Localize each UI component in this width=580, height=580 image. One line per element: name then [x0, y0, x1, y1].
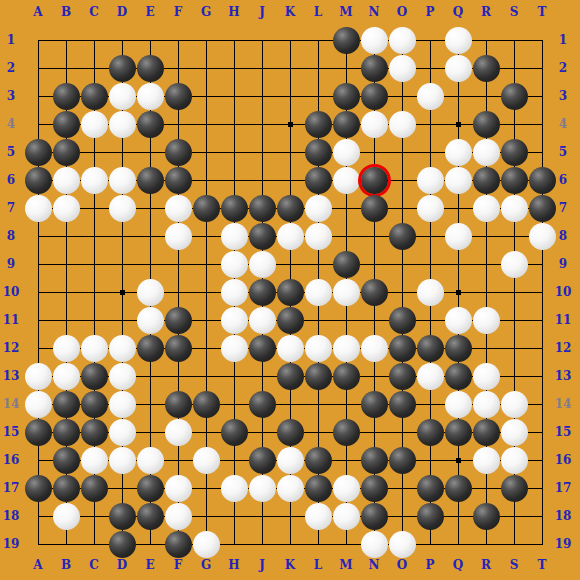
- intersection[interactable]: [416, 390, 444, 418]
- intersection[interactable]: [444, 222, 472, 250]
- intersection[interactable]: [192, 194, 220, 222]
- intersection[interactable]: [332, 306, 360, 334]
- intersection[interactable]: [500, 418, 528, 446]
- intersection[interactable]: [80, 222, 108, 250]
- intersection[interactable]: [500, 530, 528, 558]
- intersection[interactable]: [136, 306, 164, 334]
- intersection[interactable]: [24, 418, 52, 446]
- intersection[interactable]: [52, 446, 80, 474]
- intersection[interactable]: [24, 166, 52, 194]
- intersection[interactable]: [528, 222, 556, 250]
- intersection[interactable]: [136, 362, 164, 390]
- intersection[interactable]: [444, 446, 472, 474]
- intersection[interactable]: [332, 110, 360, 138]
- intersection[interactable]: [24, 390, 52, 418]
- intersection[interactable]: [444, 362, 472, 390]
- intersection[interactable]: [248, 110, 276, 138]
- intersection[interactable]: [360, 222, 388, 250]
- intersection[interactable]: [248, 278, 276, 306]
- intersection[interactable]: [80, 362, 108, 390]
- intersection[interactable]: [416, 474, 444, 502]
- intersection[interactable]: [304, 446, 332, 474]
- intersection[interactable]: [332, 474, 360, 502]
- intersection[interactable]: [192, 334, 220, 362]
- intersection[interactable]: [528, 250, 556, 278]
- intersection[interactable]: [388, 306, 416, 334]
- intersection[interactable]: [80, 306, 108, 334]
- intersection[interactable]: [80, 446, 108, 474]
- intersection[interactable]: [276, 250, 304, 278]
- intersection[interactable]: [192, 278, 220, 306]
- intersection[interactable]: [248, 362, 276, 390]
- intersection[interactable]: [192, 390, 220, 418]
- intersection[interactable]: [136, 82, 164, 110]
- intersection[interactable]: [444, 166, 472, 194]
- intersection[interactable]: [304, 82, 332, 110]
- intersection[interactable]: [388, 194, 416, 222]
- intersection[interactable]: [136, 222, 164, 250]
- intersection[interactable]: [388, 362, 416, 390]
- intersection[interactable]: [416, 194, 444, 222]
- intersection[interactable]: [360, 82, 388, 110]
- intersection[interactable]: [416, 250, 444, 278]
- intersection[interactable]: [472, 222, 500, 250]
- intersection[interactable]: [388, 26, 416, 54]
- intersection[interactable]: [136, 278, 164, 306]
- intersection[interactable]: [388, 334, 416, 362]
- intersection[interactable]: [332, 362, 360, 390]
- intersection[interactable]: [528, 138, 556, 166]
- intersection[interactable]: [136, 110, 164, 138]
- intersection[interactable]: [164, 362, 192, 390]
- intersection[interactable]: [388, 250, 416, 278]
- intersection[interactable]: [304, 54, 332, 82]
- intersection[interactable]: [52, 418, 80, 446]
- intersection[interactable]: [360, 418, 388, 446]
- intersection[interactable]: [164, 166, 192, 194]
- intersection[interactable]: [220, 502, 248, 530]
- intersection[interactable]: [528, 110, 556, 138]
- intersection[interactable]: [388, 138, 416, 166]
- intersection[interactable]: [192, 474, 220, 502]
- intersection[interactable]: [24, 278, 52, 306]
- intersection[interactable]: [248, 250, 276, 278]
- intersection[interactable]: [136, 138, 164, 166]
- intersection[interactable]: [360, 306, 388, 334]
- intersection[interactable]: [360, 362, 388, 390]
- intersection[interactable]: [276, 222, 304, 250]
- intersection[interactable]: [220, 138, 248, 166]
- intersection[interactable]: [136, 418, 164, 446]
- intersection[interactable]: [248, 138, 276, 166]
- intersection[interactable]: [360, 26, 388, 54]
- intersection[interactable]: [24, 474, 52, 502]
- intersection[interactable]: [276, 474, 304, 502]
- intersection[interactable]: [220, 222, 248, 250]
- intersection[interactable]: [192, 306, 220, 334]
- intersection[interactable]: [416, 306, 444, 334]
- intersection[interactable]: [472, 250, 500, 278]
- intersection[interactable]: [24, 54, 52, 82]
- intersection[interactable]: [500, 334, 528, 362]
- intersection[interactable]: [220, 446, 248, 474]
- intersection[interactable]: [24, 194, 52, 222]
- intersection[interactable]: [332, 334, 360, 362]
- intersection[interactable]: [24, 26, 52, 54]
- intersection[interactable]: [276, 530, 304, 558]
- intersection[interactable]: [304, 334, 332, 362]
- intersection[interactable]: [164, 334, 192, 362]
- intersection[interactable]: [136, 194, 164, 222]
- intersection[interactable]: [500, 166, 528, 194]
- intersection[interactable]: [192, 82, 220, 110]
- intersection[interactable]: [108, 418, 136, 446]
- intersection[interactable]: [444, 54, 472, 82]
- intersection[interactable]: [528, 446, 556, 474]
- intersection[interactable]: [472, 26, 500, 54]
- intersection[interactable]: [416, 446, 444, 474]
- intersection[interactable]: [416, 502, 444, 530]
- intersection[interactable]: [108, 362, 136, 390]
- intersection[interactable]: [388, 166, 416, 194]
- intersection[interactable]: [220, 390, 248, 418]
- intersection[interactable]: [108, 278, 136, 306]
- intersection[interactable]: [304, 502, 332, 530]
- intersection[interactable]: [500, 390, 528, 418]
- intersection[interactable]: [416, 530, 444, 558]
- intersection[interactable]: [164, 222, 192, 250]
- intersection[interactable]: [500, 306, 528, 334]
- intersection[interactable]: [528, 166, 556, 194]
- intersection[interactable]: [248, 26, 276, 54]
- intersection[interactable]: [220, 166, 248, 194]
- intersection[interactable]: [416, 54, 444, 82]
- intersection[interactable]: [136, 502, 164, 530]
- intersection[interactable]: [220, 82, 248, 110]
- intersection[interactable]: [360, 250, 388, 278]
- intersection[interactable]: [220, 54, 248, 82]
- intersection[interactable]: [360, 194, 388, 222]
- intersection[interactable]: [528, 54, 556, 82]
- intersection[interactable]: [304, 418, 332, 446]
- intersection[interactable]: [388, 222, 416, 250]
- intersection[interactable]: [136, 26, 164, 54]
- intersection[interactable]: [164, 194, 192, 222]
- intersection[interactable]: [248, 306, 276, 334]
- intersection[interactable]: [304, 138, 332, 166]
- intersection[interactable]: [332, 250, 360, 278]
- intersection[interactable]: [164, 502, 192, 530]
- intersection[interactable]: [24, 306, 52, 334]
- intersection[interactable]: [108, 138, 136, 166]
- intersection[interactable]: [388, 502, 416, 530]
- intersection[interactable]: [444, 502, 472, 530]
- intersection[interactable]: [388, 390, 416, 418]
- intersection[interactable]: [276, 82, 304, 110]
- intersection[interactable]: [500, 278, 528, 306]
- intersection[interactable]: [444, 194, 472, 222]
- intersection[interactable]: [528, 362, 556, 390]
- intersection[interactable]: [192, 26, 220, 54]
- intersection[interactable]: [24, 334, 52, 362]
- intersection[interactable]: [528, 306, 556, 334]
- intersection[interactable]: [108, 474, 136, 502]
- intersection[interactable]: [360, 474, 388, 502]
- intersection[interactable]: [500, 446, 528, 474]
- intersection[interactable]: [80, 502, 108, 530]
- intersection[interactable]: [248, 82, 276, 110]
- intersection[interactable]: [304, 306, 332, 334]
- intersection[interactable]: [360, 54, 388, 82]
- intersection[interactable]: [248, 390, 276, 418]
- intersection[interactable]: [80, 54, 108, 82]
- intersection[interactable]: [360, 138, 388, 166]
- intersection[interactable]: [332, 446, 360, 474]
- intersection[interactable]: [248, 530, 276, 558]
- intersection[interactable]: [192, 166, 220, 194]
- intersection[interactable]: [108, 222, 136, 250]
- intersection[interactable]: [416, 138, 444, 166]
- intersection[interactable]: [416, 82, 444, 110]
- intersection[interactable]: [472, 530, 500, 558]
- intersection[interactable]: [500, 194, 528, 222]
- intersection[interactable]: [52, 26, 80, 54]
- intersection[interactable]: [528, 26, 556, 54]
- intersection[interactable]: [136, 474, 164, 502]
- intersection[interactable]: [24, 110, 52, 138]
- intersection[interactable]: [52, 54, 80, 82]
- intersection[interactable]: [24, 82, 52, 110]
- intersection[interactable]: [164, 26, 192, 54]
- intersection[interactable]: [192, 530, 220, 558]
- intersection[interactable]: [248, 474, 276, 502]
- intersection[interactable]: [220, 418, 248, 446]
- intersection[interactable]: [220, 474, 248, 502]
- intersection[interactable]: [472, 278, 500, 306]
- intersection[interactable]: [276, 54, 304, 82]
- intersection[interactable]: [304, 250, 332, 278]
- intersection[interactable]: [52, 334, 80, 362]
- intersection[interactable]: [164, 138, 192, 166]
- intersection[interactable]: [24, 250, 52, 278]
- intersection[interactable]: [52, 362, 80, 390]
- intersection[interactable]: [80, 110, 108, 138]
- intersection[interactable]: [388, 418, 416, 446]
- intersection[interactable]: [24, 530, 52, 558]
- intersection[interactable]: [164, 110, 192, 138]
- intersection[interactable]: [276, 194, 304, 222]
- intersection[interactable]: [52, 82, 80, 110]
- intersection[interactable]: [500, 222, 528, 250]
- intersection[interactable]: [444, 530, 472, 558]
- intersection[interactable]: [52, 390, 80, 418]
- intersection[interactable]: [388, 82, 416, 110]
- intersection[interactable]: [360, 166, 388, 194]
- intersection[interactable]: [52, 194, 80, 222]
- intersection[interactable]: [80, 390, 108, 418]
- intersection[interactable]: [164, 446, 192, 474]
- intersection[interactable]: [164, 530, 192, 558]
- intersection[interactable]: [192, 250, 220, 278]
- intersection[interactable]: [444, 82, 472, 110]
- intersection[interactable]: [416, 110, 444, 138]
- intersection[interactable]: [472, 110, 500, 138]
- intersection[interactable]: [108, 334, 136, 362]
- intersection[interactable]: [528, 278, 556, 306]
- intersection[interactable]: [80, 418, 108, 446]
- intersection[interactable]: [472, 166, 500, 194]
- intersection[interactable]: [24, 138, 52, 166]
- intersection[interactable]: [472, 474, 500, 502]
- intersection[interactable]: [472, 502, 500, 530]
- intersection[interactable]: [304, 110, 332, 138]
- intersection[interactable]: [360, 530, 388, 558]
- intersection[interactable]: [332, 530, 360, 558]
- intersection[interactable]: [52, 110, 80, 138]
- intersection[interactable]: [52, 474, 80, 502]
- intersection[interactable]: [220, 306, 248, 334]
- intersection[interactable]: [528, 390, 556, 418]
- intersection[interactable]: [472, 362, 500, 390]
- intersection[interactable]: [164, 474, 192, 502]
- intersection[interactable]: [444, 250, 472, 278]
- intersection[interactable]: [164, 278, 192, 306]
- intersection[interactable]: [332, 390, 360, 418]
- intersection[interactable]: [220, 278, 248, 306]
- intersection[interactable]: [444, 390, 472, 418]
- intersection[interactable]: [220, 26, 248, 54]
- intersection[interactable]: [80, 530, 108, 558]
- intersection[interactable]: [164, 306, 192, 334]
- intersection[interactable]: [276, 446, 304, 474]
- intersection[interactable]: [528, 334, 556, 362]
- intersection[interactable]: [500, 502, 528, 530]
- intersection[interactable]: [472, 54, 500, 82]
- intersection[interactable]: [360, 446, 388, 474]
- intersection[interactable]: [444, 110, 472, 138]
- intersection[interactable]: [304, 278, 332, 306]
- intersection[interactable]: [444, 138, 472, 166]
- intersection[interactable]: [332, 418, 360, 446]
- intersection[interactable]: [220, 250, 248, 278]
- intersection[interactable]: [80, 138, 108, 166]
- intersection[interactable]: [304, 390, 332, 418]
- intersection[interactable]: [80, 250, 108, 278]
- intersection[interactable]: [164, 82, 192, 110]
- intersection[interactable]: [500, 110, 528, 138]
- intersection[interactable]: [52, 278, 80, 306]
- intersection[interactable]: [192, 502, 220, 530]
- intersection[interactable]: [276, 502, 304, 530]
- intersection[interactable]: [164, 390, 192, 418]
- intersection[interactable]: [304, 26, 332, 54]
- intersection[interactable]: [136, 166, 164, 194]
- intersection[interactable]: [24, 502, 52, 530]
- intersection[interactable]: [388, 530, 416, 558]
- intersection[interactable]: [136, 530, 164, 558]
- intersection[interactable]: [108, 26, 136, 54]
- intersection[interactable]: [52, 306, 80, 334]
- intersection[interactable]: [136, 54, 164, 82]
- intersection[interactable]: [444, 474, 472, 502]
- intersection[interactable]: [472, 306, 500, 334]
- intersection[interactable]: [360, 390, 388, 418]
- intersection[interactable]: [472, 138, 500, 166]
- intersection[interactable]: [108, 502, 136, 530]
- intersection[interactable]: [136, 390, 164, 418]
- intersection[interactable]: [24, 362, 52, 390]
- intersection[interactable]: [444, 418, 472, 446]
- intersection[interactable]: [276, 166, 304, 194]
- intersection[interactable]: [500, 138, 528, 166]
- intersection[interactable]: [164, 418, 192, 446]
- intersection[interactable]: [108, 390, 136, 418]
- intersection[interactable]: [304, 530, 332, 558]
- intersection[interactable]: [332, 26, 360, 54]
- intersection[interactable]: [304, 194, 332, 222]
- intersection[interactable]: [136, 446, 164, 474]
- intersection[interactable]: [276, 26, 304, 54]
- intersection[interactable]: [332, 278, 360, 306]
- intersection[interactable]: [332, 54, 360, 82]
- intersection[interactable]: [52, 138, 80, 166]
- intersection[interactable]: [108, 54, 136, 82]
- intersection[interactable]: [528, 530, 556, 558]
- intersection[interactable]: [388, 54, 416, 82]
- intersection[interactable]: [108, 306, 136, 334]
- intersection[interactable]: [220, 110, 248, 138]
- intersection[interactable]: [248, 194, 276, 222]
- intersection[interactable]: [192, 54, 220, 82]
- intersection[interactable]: [192, 222, 220, 250]
- intersection[interactable]: [220, 362, 248, 390]
- intersection[interactable]: [528, 474, 556, 502]
- intersection[interactable]: [108, 250, 136, 278]
- intersection[interactable]: [360, 334, 388, 362]
- intersection[interactable]: [276, 334, 304, 362]
- intersection[interactable]: [108, 110, 136, 138]
- intersection[interactable]: [360, 278, 388, 306]
- intersection[interactable]: [248, 54, 276, 82]
- intersection[interactable]: [304, 166, 332, 194]
- intersection[interactable]: [332, 82, 360, 110]
- intersection[interactable]: [276, 278, 304, 306]
- intersection[interactable]: [80, 278, 108, 306]
- intersection[interactable]: [80, 334, 108, 362]
- intersection[interactable]: [276, 362, 304, 390]
- intersection[interactable]: [500, 250, 528, 278]
- intersection[interactable]: [108, 82, 136, 110]
- intersection[interactable]: [444, 306, 472, 334]
- intersection[interactable]: [248, 418, 276, 446]
- intersection[interactable]: [416, 278, 444, 306]
- intersection[interactable]: [472, 334, 500, 362]
- intersection[interactable]: [304, 474, 332, 502]
- intersection[interactable]: [276, 138, 304, 166]
- intersection[interactable]: [332, 166, 360, 194]
- intersection[interactable]: [416, 334, 444, 362]
- intersection[interactable]: [444, 334, 472, 362]
- intersection[interactable]: [52, 502, 80, 530]
- intersection[interactable]: [164, 250, 192, 278]
- intersection[interactable]: [304, 222, 332, 250]
- intersection[interactable]: [416, 222, 444, 250]
- intersection[interactable]: [52, 530, 80, 558]
- intersection[interactable]: [388, 110, 416, 138]
- intersection[interactable]: [472, 390, 500, 418]
- intersection[interactable]: [192, 110, 220, 138]
- intersection[interactable]: [528, 418, 556, 446]
